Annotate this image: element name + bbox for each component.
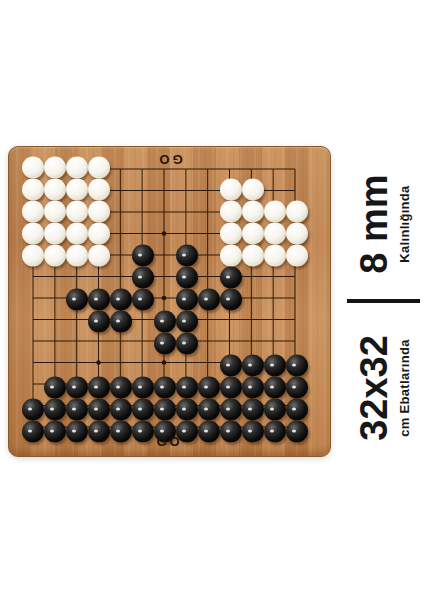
white-stone [88,223,110,245]
black-stone [286,399,308,421]
black-stone [242,355,264,377]
black-stone [176,311,198,333]
black-stone [88,377,110,399]
black-stone [220,267,242,289]
black-stone [176,399,198,421]
thickness-label: Kalınlığında [397,185,413,262]
black-stone [132,267,154,289]
board-logo-bottom: GO [9,434,330,449]
black-stone [286,377,308,399]
size-spec: 32x32 cm Ebatlarında [346,303,422,473]
white-stone [88,245,110,267]
black-stone [44,377,66,399]
product-image: GO GO 8 mm Kalınlığında 32x32 cm Ebatlar… [0,0,424,600]
white-stone [44,201,66,223]
thickness-spec: 8 mm Kalınlığında [346,139,422,309]
white-stone [66,223,88,245]
black-stone [154,399,176,421]
white-stone [286,201,308,223]
black-stone [220,289,242,311]
white-stone [88,179,110,201]
black-stone [220,399,242,421]
black-stone [110,289,132,311]
white-stone [220,245,242,267]
black-stone [66,377,88,399]
white-stone [220,201,242,223]
black-stone [176,245,198,267]
white-stone [220,179,242,201]
white-stone [88,201,110,223]
white-stone [264,223,286,245]
black-stone [66,289,88,311]
black-stone [176,333,198,355]
black-stone [22,399,44,421]
black-stone [66,399,88,421]
black-stone [264,377,286,399]
black-stone [110,377,132,399]
black-stone [154,311,176,333]
white-stone [44,245,66,267]
black-stone [154,377,176,399]
black-stone [198,377,220,399]
white-stone [264,245,286,267]
black-stone [264,355,286,377]
white-stone [242,223,264,245]
black-stone [110,311,132,333]
black-stone [176,377,198,399]
size-value: 32x32 [355,335,393,441]
black-stone [220,355,242,377]
white-stone [22,245,44,267]
black-stone [132,377,154,399]
white-stone [264,201,286,223]
white-stone [66,179,88,201]
black-stone [132,399,154,421]
black-stone [264,399,286,421]
white-stone [286,245,308,267]
white-stone [66,245,88,267]
black-stone [198,399,220,421]
black-stone [132,289,154,311]
white-stone [242,201,264,223]
stones-layer [22,158,306,438]
black-stone [132,245,154,267]
white-stone [220,223,242,245]
white-stone [286,223,308,245]
size-label: cm Ebatlarında [397,339,413,436]
white-stone [22,179,44,201]
board-logo-top: GO [9,152,330,167]
black-stone [220,377,242,399]
black-stone [154,333,176,355]
black-stone [242,399,264,421]
black-stone [176,267,198,289]
go-board: GO GO [8,146,331,457]
white-stone [44,179,66,201]
black-stone [198,289,220,311]
black-stone [88,289,110,311]
black-stone [88,311,110,333]
black-stone [242,377,264,399]
black-stone [110,399,132,421]
white-stone [22,223,44,245]
black-stone [88,399,110,421]
white-stone [66,201,88,223]
black-stone [176,289,198,311]
thickness-value: 8 mm [355,174,393,273]
black-stone [44,399,66,421]
white-stone [44,223,66,245]
white-stone [22,201,44,223]
white-stone [242,245,264,267]
black-stone [286,355,308,377]
white-stone [242,179,264,201]
